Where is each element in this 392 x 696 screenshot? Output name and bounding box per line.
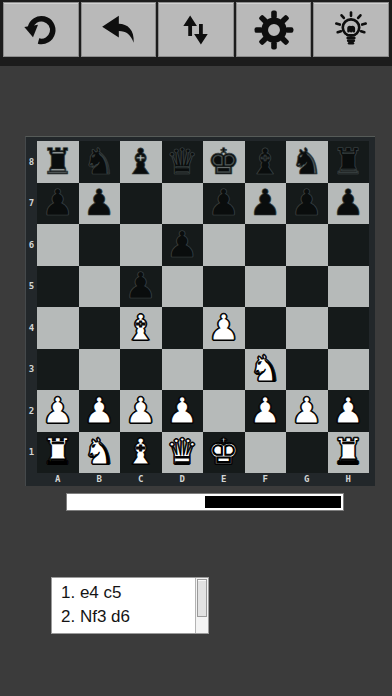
black-pawn[interactable]: ♟ bbox=[291, 183, 323, 223]
black-rook[interactable]: ♜ bbox=[332, 142, 364, 182]
white-rook[interactable]: ♜ bbox=[42, 432, 74, 472]
evaluation-black-segment bbox=[205, 496, 341, 508]
square-e3[interactable] bbox=[203, 349, 245, 391]
square-a1[interactable]: ♜ bbox=[37, 432, 79, 474]
move-list[interactable]: 1. e4 c52. Nf3 d6 bbox=[51, 577, 209, 634]
rank-label-2: 2 bbox=[26, 390, 37, 432]
square-b3[interactable] bbox=[79, 349, 121, 391]
file-label-g: G bbox=[286, 473, 328, 486]
square-a4[interactable] bbox=[37, 307, 79, 349]
rank-label-5: 5 bbox=[26, 266, 37, 308]
gear-icon bbox=[253, 9, 295, 51]
file-label-d: D bbox=[162, 473, 204, 486]
square-d8[interactable]: ♛ bbox=[162, 141, 204, 183]
white-knight[interactable]: ♞ bbox=[83, 432, 115, 472]
square-d2[interactable]: ♟ bbox=[162, 390, 204, 432]
square-g4[interactable] bbox=[286, 307, 328, 349]
square-b2[interactable]: ♟ bbox=[79, 390, 121, 432]
white-pawn[interactable]: ♟ bbox=[42, 391, 74, 431]
square-g7[interactable]: ♟ bbox=[286, 183, 328, 225]
square-g6[interactable] bbox=[286, 224, 328, 266]
square-c7[interactable] bbox=[120, 183, 162, 225]
rank-label-3: 3 bbox=[26, 349, 37, 391]
black-knight[interactable]: ♞ bbox=[291, 142, 323, 182]
move-list-scrollbar[interactable] bbox=[195, 578, 208, 633]
white-pawn[interactable]: ♟ bbox=[125, 391, 157, 431]
square-a5[interactable] bbox=[37, 266, 79, 308]
square-f1[interactable] bbox=[245, 432, 287, 474]
square-h8[interactable]: ♜ bbox=[328, 141, 370, 183]
file-labels: ABCDEFGH bbox=[37, 473, 369, 486]
square-h2[interactable]: ♟ bbox=[328, 390, 370, 432]
evaluation-white-segment bbox=[69, 496, 205, 508]
square-b4[interactable] bbox=[79, 307, 121, 349]
square-h7[interactable]: ♟ bbox=[328, 183, 370, 225]
back-arrow-icon bbox=[98, 10, 138, 50]
rank-label-1: 1 bbox=[26, 432, 37, 474]
square-d1[interactable]: ♛ bbox=[162, 432, 204, 474]
back-button[interactable] bbox=[81, 2, 157, 57]
square-c6[interactable] bbox=[120, 224, 162, 266]
white-knight[interactable]: ♞ bbox=[249, 349, 281, 389]
square-e1[interactable]: ♚ bbox=[203, 432, 245, 474]
black-pawn[interactable]: ♟ bbox=[125, 266, 157, 306]
white-pawn[interactable]: ♟ bbox=[83, 391, 115, 431]
flip-board-button[interactable] bbox=[158, 2, 234, 57]
square-b7[interactable]: ♟ bbox=[79, 183, 121, 225]
black-rook[interactable]: ♜ bbox=[42, 142, 74, 182]
black-knight[interactable]: ♞ bbox=[83, 142, 115, 182]
white-pawn[interactable]: ♟ bbox=[208, 308, 240, 348]
move-list-content: 1. e4 c52. Nf3 d6 bbox=[52, 578, 195, 633]
square-f5[interactable] bbox=[245, 266, 287, 308]
square-a2[interactable]: ♟ bbox=[37, 390, 79, 432]
square-d6[interactable]: ♟ bbox=[162, 224, 204, 266]
evaluation-bar bbox=[66, 493, 344, 511]
black-king[interactable]: ♚ bbox=[208, 142, 240, 182]
square-h5[interactable] bbox=[328, 266, 370, 308]
move-row: 1. e4 c5 bbox=[61, 581, 195, 605]
white-pawn[interactable]: ♟ bbox=[332, 391, 364, 431]
white-pawn[interactable]: ♟ bbox=[291, 391, 323, 431]
square-b6[interactable] bbox=[79, 224, 121, 266]
white-king[interactable]: ♚ bbox=[208, 432, 240, 472]
black-queen[interactable]: ♛ bbox=[166, 142, 198, 182]
black-pawn[interactable]: ♟ bbox=[42, 183, 74, 223]
white-queen[interactable]: ♛ bbox=[166, 432, 198, 472]
white-pawn[interactable]: ♟ bbox=[166, 391, 198, 431]
square-g8[interactable]: ♞ bbox=[286, 141, 328, 183]
square-a6[interactable] bbox=[37, 224, 79, 266]
white-pawn[interactable]: ♟ bbox=[249, 391, 281, 431]
square-a7[interactable]: ♟ bbox=[37, 183, 79, 225]
square-h1[interactable]: ♜ bbox=[328, 432, 370, 474]
square-f6[interactable] bbox=[245, 224, 287, 266]
lightbulb-icon bbox=[330, 9, 372, 51]
square-c8[interactable]: ♝ bbox=[120, 141, 162, 183]
square-e2[interactable] bbox=[203, 390, 245, 432]
square-c1[interactable]: ♝ bbox=[120, 432, 162, 474]
rank-label-4: 4 bbox=[26, 307, 37, 349]
square-e4[interactable]: ♟ bbox=[203, 307, 245, 349]
file-label-b: B bbox=[79, 473, 121, 486]
square-f8[interactable]: ♝ bbox=[245, 141, 287, 183]
square-d5[interactable] bbox=[162, 266, 204, 308]
square-h4[interactable] bbox=[328, 307, 370, 349]
square-h6[interactable] bbox=[328, 224, 370, 266]
chess-board: 87654321 ♜♞♝♛♚♝♞♜♟♟♟♟♟♟♟♟♝♟♞♟♟♟♟♟♟♟♜♞♝♛♚… bbox=[25, 136, 375, 486]
toolbar bbox=[0, 0, 392, 66]
square-e7[interactable]: ♟ bbox=[203, 183, 245, 225]
black-bishop[interactable]: ♝ bbox=[249, 142, 281, 182]
file-label-h: H bbox=[328, 473, 370, 486]
square-f2[interactable]: ♟ bbox=[245, 390, 287, 432]
file-label-f: F bbox=[245, 473, 287, 486]
square-g3[interactable] bbox=[286, 349, 328, 391]
square-a3[interactable] bbox=[37, 349, 79, 391]
square-e8[interactable]: ♚ bbox=[203, 141, 245, 183]
square-h3[interactable] bbox=[328, 349, 370, 391]
square-g2[interactable]: ♟ bbox=[286, 390, 328, 432]
black-pawn[interactable]: ♟ bbox=[83, 183, 115, 223]
square-a8[interactable]: ♜ bbox=[37, 141, 79, 183]
square-c4[interactable]: ♝ bbox=[120, 307, 162, 349]
black-bishop[interactable]: ♝ bbox=[125, 142, 157, 182]
square-e6[interactable] bbox=[203, 224, 245, 266]
rank-label-6: 6 bbox=[26, 224, 37, 266]
black-pawn[interactable]: ♟ bbox=[166, 225, 198, 265]
scrollbar-thumb[interactable] bbox=[197, 579, 207, 617]
black-pawn[interactable]: ♟ bbox=[332, 183, 364, 223]
square-g5[interactable] bbox=[286, 266, 328, 308]
white-bishop[interactable]: ♝ bbox=[125, 308, 157, 348]
square-b8[interactable]: ♞ bbox=[79, 141, 121, 183]
square-e5[interactable] bbox=[203, 266, 245, 308]
file-label-a: A bbox=[37, 473, 79, 486]
square-d7[interactable] bbox=[162, 183, 204, 225]
square-b1[interactable]: ♞ bbox=[79, 432, 121, 474]
white-rook[interactable]: ♜ bbox=[332, 432, 364, 472]
square-g1[interactable] bbox=[286, 432, 328, 474]
file-label-c: C bbox=[120, 473, 162, 486]
square-f3[interactable]: ♞ bbox=[245, 349, 287, 391]
square-b5[interactable] bbox=[79, 266, 121, 308]
undo-icon bbox=[21, 10, 61, 50]
square-d3[interactable] bbox=[162, 349, 204, 391]
square-c3[interactable] bbox=[120, 349, 162, 391]
rank-label-7: 7 bbox=[26, 183, 37, 225]
square-f7[interactable]: ♟ bbox=[245, 183, 287, 225]
rank-labels: 87654321 bbox=[26, 141, 37, 473]
black-pawn[interactable]: ♟ bbox=[208, 183, 240, 223]
square-c2[interactable]: ♟ bbox=[120, 390, 162, 432]
file-label-e: E bbox=[203, 473, 245, 486]
move-row: 2. Nf3 d6 bbox=[61, 605, 195, 629]
square-d4[interactable] bbox=[162, 307, 204, 349]
square-c5[interactable]: ♟ bbox=[120, 266, 162, 308]
hint-button[interactable] bbox=[313, 2, 389, 57]
black-pawn[interactable]: ♟ bbox=[249, 183, 281, 223]
board-squares: ♜♞♝♛♚♝♞♜♟♟♟♟♟♟♟♟♝♟♞♟♟♟♟♟♟♟♜♞♝♛♚♜ bbox=[37, 141, 369, 473]
square-f4[interactable] bbox=[245, 307, 287, 349]
white-bishop[interactable]: ♝ bbox=[125, 432, 157, 472]
undo-button[interactable] bbox=[3, 2, 79, 57]
rank-label-8: 8 bbox=[26, 141, 37, 183]
swap-vertical-icon bbox=[177, 11, 215, 49]
settings-button[interactable] bbox=[236, 2, 312, 57]
